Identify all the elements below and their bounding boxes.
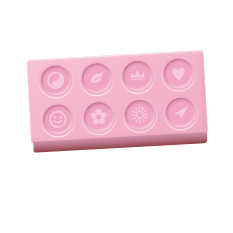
mold-cavity-sun — [122, 97, 158, 133]
flower-icon — [87, 105, 110, 128]
mold-cavity-crown — [120, 58, 156, 94]
photo-background — [0, 0, 233, 233]
sun-icon — [128, 103, 151, 126]
mold-cavity-heart — [161, 56, 197, 92]
mold-cavity-bird — [79, 60, 115, 96]
heart-icon — [167, 62, 190, 85]
mold-cavity-flower — [81, 99, 117, 135]
silicone-mold — [27, 50, 209, 153]
mold-cavity-smiley-face — [40, 101, 76, 137]
yin-yang-icon — [44, 69, 67, 92]
mold-top-face — [27, 50, 208, 144]
bird-icon — [85, 67, 108, 90]
cavity-grid — [27, 50, 208, 138]
mold-cavity-yin-yang — [38, 62, 74, 98]
paper-plane-icon — [169, 101, 192, 124]
crown-icon — [126, 64, 149, 87]
mold-cavity-paper-plane — [163, 95, 199, 131]
smiley-face-icon — [46, 108, 69, 131]
